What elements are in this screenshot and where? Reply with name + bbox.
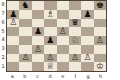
square-e6[interactable] <box>57 19 69 28</box>
square-f8[interactable] <box>69 1 81 10</box>
square-d2[interactable]: ♙ <box>44 54 56 63</box>
square-h3[interactable] <box>94 45 106 54</box>
square-d7[interactable]: ♗ <box>44 10 56 19</box>
white-pawn: ♙ <box>22 54 30 62</box>
square-c8[interactable] <box>32 1 44 10</box>
file-label-e: e <box>57 72 70 80</box>
black-pawn: ♟ <box>46 36 54 44</box>
white-pawn: ♙ <box>96 36 104 44</box>
black-pawn: ♟ <box>83 10 91 18</box>
square-e4[interactable] <box>57 36 69 45</box>
black-pawn: ♟ <box>9 10 17 18</box>
square-d6[interactable] <box>44 19 56 28</box>
square-c3[interactable]: ♙ <box>32 45 44 54</box>
square-f2[interactable]: ♙ <box>69 54 81 63</box>
square-a6[interactable]: ♙ <box>7 19 19 28</box>
square-g2[interactable]: ♙ <box>81 54 93 63</box>
black-knight: ♞ <box>22 1 30 9</box>
white-pawn: ♙ <box>46 54 54 62</box>
white-pawn: ♙ <box>34 45 42 53</box>
square-c4[interactable] <box>32 36 44 45</box>
square-b6[interactable] <box>19 19 31 28</box>
square-e3[interactable] <box>57 45 69 54</box>
white-bishop: ♗ <box>46 10 54 18</box>
square-h2[interactable] <box>94 54 106 63</box>
square-h6[interactable] <box>94 19 106 28</box>
file-labels: abcdefgh <box>6 72 107 80</box>
square-d3[interactable] <box>44 45 56 54</box>
square-a8[interactable] <box>7 1 19 10</box>
black-king: ♚ <box>96 1 104 9</box>
square-g5[interactable] <box>81 27 93 36</box>
white-pawn: ♙ <box>83 54 91 62</box>
square-e2[interactable] <box>57 54 69 63</box>
square-h5[interactable] <box>94 27 106 36</box>
square-b5[interactable] <box>19 27 31 36</box>
square-e7[interactable] <box>57 10 69 19</box>
square-a7[interactable]: ♟ <box>7 10 19 19</box>
square-h7[interactable] <box>94 10 106 19</box>
square-b2[interactable]: ♙ <box>19 54 31 63</box>
black-queen: ♛ <box>71 19 79 27</box>
white-knight: ♘ <box>71 36 79 44</box>
white-pawn: ♙ <box>59 27 67 35</box>
square-a4[interactable] <box>7 36 19 45</box>
white-king: ♔ <box>96 62 104 70</box>
square-b7[interactable] <box>19 10 31 19</box>
square-g6[interactable] <box>81 19 93 28</box>
square-b8[interactable]: ♞ <box>19 1 31 10</box>
square-c1[interactable] <box>32 62 44 71</box>
square-g3[interactable] <box>81 45 93 54</box>
white-pawn: ♙ <box>71 54 79 62</box>
file-label-f: f <box>69 72 82 80</box>
square-b1[interactable] <box>19 62 31 71</box>
square-b3[interactable] <box>19 45 31 54</box>
square-h4[interactable]: ♙ <box>94 36 106 45</box>
square-c7[interactable] <box>32 10 44 19</box>
white-pawn: ♙ <box>9 19 17 27</box>
square-g4[interactable] <box>81 36 93 45</box>
square-h8[interactable]: ♚ <box>94 1 106 10</box>
square-a5[interactable] <box>7 27 19 36</box>
file-label-c: c <box>31 72 44 80</box>
square-g1[interactable] <box>81 62 93 71</box>
square-f5[interactable] <box>69 27 81 36</box>
square-e1[interactable] <box>57 62 69 71</box>
square-h1[interactable]: ♔ <box>94 62 106 71</box>
square-d8[interactable] <box>44 1 56 10</box>
square-a3[interactable] <box>7 45 19 54</box>
square-f1[interactable] <box>69 62 81 71</box>
black-pawn: ♟ <box>34 27 42 35</box>
file-label-a: a <box>6 72 19 80</box>
chess-board: ♞♚♟♗♟♙♛♟♙♟♘♙♙♙♙♙♙♕♔ <box>6 0 107 72</box>
square-c2[interactable] <box>32 54 44 63</box>
square-a1[interactable] <box>7 62 19 71</box>
square-f3[interactable] <box>69 45 81 54</box>
file-label-b: b <box>19 72 32 80</box>
square-g8[interactable] <box>81 1 93 10</box>
square-d1[interactable]: ♕ <box>44 62 56 71</box>
file-label-g: g <box>82 72 95 80</box>
square-g7[interactable]: ♟ <box>81 10 93 19</box>
chess-diagram: 87654321 ♞♚♟♗♟♙♛♟♙♟♘♙♙♙♙♙♙♕♔ abcdefgh <box>0 0 120 80</box>
square-c5[interactable]: ♟ <box>32 27 44 36</box>
white-queen: ♕ <box>46 62 54 70</box>
square-d4[interactable]: ♟ <box>44 36 56 45</box>
file-label-h: h <box>94 72 107 80</box>
square-d5[interactable] <box>44 27 56 36</box>
square-e8[interactable] <box>57 1 69 10</box>
square-f4[interactable]: ♘ <box>69 36 81 45</box>
square-a2[interactable] <box>7 54 19 63</box>
square-e5[interactable]: ♙ <box>57 27 69 36</box>
file-label-d: d <box>44 72 57 80</box>
square-f6[interactable]: ♛ <box>69 19 81 28</box>
square-b4[interactable] <box>19 36 31 45</box>
square-f7[interactable] <box>69 10 81 19</box>
square-c6[interactable] <box>32 19 44 28</box>
